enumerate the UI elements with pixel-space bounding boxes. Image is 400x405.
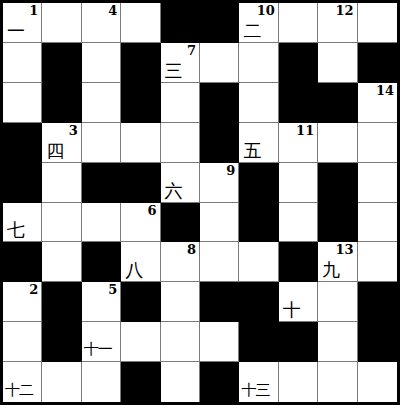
black-cell-r6c5	[161, 203, 200, 243]
cell-r10c9[interactable]	[318, 362, 357, 402]
cell-r7c4[interactable]: 八	[121, 242, 160, 282]
prefill-char: 十一	[84, 341, 112, 358]
cell-r6c8[interactable]	[279, 203, 318, 243]
black-cell-r8c10	[358, 282, 397, 322]
cell-r10c1[interactable]: 十二	[3, 362, 42, 402]
cell-r10c8[interactable]	[279, 362, 318, 402]
cell-r9c1[interactable]	[3, 322, 42, 362]
cell-r3c10[interactable]: 14	[358, 83, 397, 123]
cell-r7c2[interactable]	[42, 242, 81, 282]
clue-number: 8	[187, 242, 196, 257]
clue-number: 13	[336, 242, 354, 257]
cell-r4c10[interactable]	[358, 123, 397, 163]
clue-number: 12	[336, 3, 354, 18]
cell-r6c6[interactable]	[200, 203, 239, 243]
black-cell-r4c1	[3, 123, 42, 163]
cell-r8c9[interactable]	[318, 282, 357, 322]
cell-r3c7[interactable]	[239, 83, 278, 123]
black-cell-r3c6	[200, 83, 239, 123]
black-cell-r9c7	[239, 322, 278, 362]
cell-r2c1[interactable]	[3, 43, 42, 83]
black-cell-r1c5	[161, 3, 200, 43]
black-cell-r10c4	[121, 362, 160, 402]
prefill-char: 七	[7, 220, 25, 239]
cell-r10c3[interactable]	[82, 362, 121, 402]
cell-r2c9[interactable]	[318, 43, 357, 83]
black-cell-r5c4	[121, 163, 160, 203]
prefill-char: 十	[283, 300, 301, 319]
cell-r2c7[interactable]	[239, 43, 278, 83]
cell-r2c6[interactable]	[200, 43, 239, 83]
cell-r6c2[interactable]	[42, 203, 81, 243]
black-cell-r9c8	[279, 322, 318, 362]
black-cell-r6c9	[318, 203, 357, 243]
cell-r1c3[interactable]: 4	[82, 3, 121, 43]
clue-number: 10	[257, 3, 275, 18]
black-cell-r2c2	[42, 43, 81, 83]
cell-r3c5[interactable]	[161, 83, 200, 123]
prefill-char: 十三	[241, 382, 269, 399]
cell-r4c9[interactable]	[318, 123, 357, 163]
cell-r5c6[interactable]: 9	[200, 163, 239, 203]
black-cell-r9c10	[358, 322, 397, 362]
clue-number: 7	[187, 43, 196, 58]
cell-r1c7[interactable]: 10二	[239, 3, 278, 43]
black-cell-r8c4	[121, 282, 160, 322]
cell-r5c2[interactable]	[42, 163, 81, 203]
prefill-char: 五	[243, 141, 261, 160]
cell-r7c5[interactable]: 8	[161, 242, 200, 282]
black-cell-r1c6	[200, 3, 239, 43]
cell-r3c3[interactable]	[82, 83, 121, 123]
cell-r10c5[interactable]	[161, 362, 200, 402]
black-cell-r3c4	[121, 83, 160, 123]
black-cell-r8c7	[239, 282, 278, 322]
cell-r9c3[interactable]: 十一	[82, 322, 121, 362]
crossword-grid: 1一410二127三143四五11六9七6八813九25十十一十二十三	[0, 0, 400, 405]
cell-r2c3[interactable]	[82, 43, 121, 83]
cell-r10c10[interactable]	[358, 362, 397, 402]
black-cell-r9c2	[42, 322, 81, 362]
black-cell-r2c4	[121, 43, 160, 83]
black-cell-r8c2	[42, 282, 81, 322]
clue-number: 6	[148, 203, 157, 218]
cell-r9c9[interactable]	[318, 322, 357, 362]
black-cell-r7c1	[3, 242, 42, 282]
cell-r1c8[interactable]	[279, 3, 318, 43]
cell-r1c4[interactable]	[121, 3, 160, 43]
black-cell-r3c9	[318, 83, 357, 123]
cell-r6c1[interactable]: 七	[3, 203, 42, 243]
prefill-char: 十二	[5, 382, 33, 399]
black-cell-r8c6	[200, 282, 239, 322]
cell-r5c8[interactable]	[279, 163, 318, 203]
cell-r4c7[interactable]: 五	[239, 123, 278, 163]
prefill-char: 六	[165, 181, 183, 200]
cell-r4c4[interactable]	[121, 123, 160, 163]
cell-r7c10[interactable]	[358, 242, 397, 282]
cell-r4c2[interactable]: 3四	[42, 123, 81, 163]
cell-r1c10[interactable]	[358, 3, 397, 43]
black-cell-r5c1	[3, 163, 42, 203]
cell-r2c5[interactable]: 7三	[161, 43, 200, 83]
cell-r4c3[interactable]	[82, 123, 121, 163]
prefill-char: 四	[46, 141, 64, 160]
cell-r1c2[interactable]	[42, 3, 81, 43]
clue-number: 4	[108, 3, 117, 18]
cell-r8c3[interactable]: 5	[82, 282, 121, 322]
cell-r1c9[interactable]: 12	[318, 3, 357, 43]
black-cell-r2c8	[279, 43, 318, 83]
black-cell-r7c8	[279, 242, 318, 282]
prefill-char: 一	[7, 21, 25, 40]
cell-r3c1[interactable]	[3, 83, 42, 123]
clue-number: 2	[29, 282, 38, 297]
prefill-char: 九	[322, 260, 340, 279]
black-cell-r3c8	[279, 83, 318, 123]
prefill-char: 八	[125, 260, 143, 279]
cell-r4c5[interactable]	[161, 123, 200, 163]
cell-r8c5[interactable]	[161, 282, 200, 322]
black-cell-r5c3	[82, 163, 121, 203]
cell-r9c6[interactable]	[200, 322, 239, 362]
cell-r7c6[interactable]	[200, 242, 239, 282]
black-cell-r7c3	[82, 242, 121, 282]
cell-r9c4[interactable]	[121, 322, 160, 362]
clue-number: 9	[226, 163, 235, 178]
cell-r6c10[interactable]	[358, 203, 397, 243]
cell-r7c7[interactable]	[239, 242, 278, 282]
prefill-char: 三	[165, 61, 183, 80]
cell-r6c3[interactable]	[82, 203, 121, 243]
cell-r8c1[interactable]: 2	[3, 282, 42, 322]
cell-r9c5[interactable]	[161, 322, 200, 362]
cell-r10c7[interactable]: 十三	[239, 362, 278, 402]
cell-r1c1[interactable]: 1一	[3, 3, 42, 43]
clue-number: 14	[376, 83, 394, 98]
cell-r5c5[interactable]: 六	[161, 163, 200, 203]
clue-number: 5	[108, 282, 117, 297]
black-cell-r6c7	[239, 203, 278, 243]
black-cell-r3c2	[42, 83, 81, 123]
cell-r8c8[interactable]: 十	[279, 282, 318, 322]
black-cell-r4c6	[200, 123, 239, 163]
clue-number: 11	[296, 123, 314, 138]
black-cell-r5c9	[318, 163, 357, 203]
cell-r7c9[interactable]: 13九	[318, 242, 357, 282]
cell-r6c4[interactable]: 6	[121, 203, 160, 243]
cell-r10c2[interactable]	[42, 362, 81, 402]
crossword-page: 1一410二127三143四五11六9七6八813九25十十一十二十三	[0, 0, 400, 405]
black-cell-r10c6	[200, 362, 239, 402]
black-cell-r5c7	[239, 163, 278, 203]
prefill-char: 二	[243, 21, 261, 40]
cell-r5c10[interactable]	[358, 163, 397, 203]
clue-number: 1	[29, 3, 38, 18]
black-cell-r2c10	[358, 43, 397, 83]
cell-r4c8[interactable]: 11	[279, 123, 318, 163]
clue-number: 3	[69, 123, 78, 138]
